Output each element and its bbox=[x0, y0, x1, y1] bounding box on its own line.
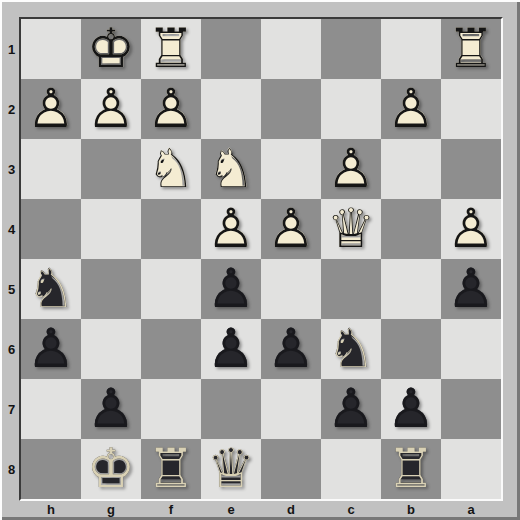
square-c7[interactable]: ♟♙ bbox=[321, 379, 381, 439]
white-pawn-outline: ♙ bbox=[261, 199, 321, 259]
square-e6[interactable]: ♟♙ bbox=[201, 319, 261, 379]
black-rook-outline: ♖ bbox=[381, 439, 441, 499]
square-d5[interactable] bbox=[261, 259, 321, 319]
square-f6[interactable] bbox=[141, 319, 201, 379]
square-b6[interactable] bbox=[381, 319, 441, 379]
square-c8[interactable] bbox=[321, 439, 381, 499]
square-c4[interactable]: ♛♕ bbox=[321, 199, 381, 259]
piece-black-pawn-d6[interactable]: ♟♙ bbox=[261, 319, 321, 379]
piece-black-pawn-g7[interactable]: ♟♙ bbox=[81, 379, 141, 439]
piece-black-pawn-h6[interactable]: ♟♙ bbox=[21, 319, 81, 379]
piece-white-pawn-e4[interactable]: ♟♙ bbox=[201, 199, 261, 259]
piece-black-rook-b8[interactable]: ♜♖ bbox=[381, 439, 441, 499]
square-a5[interactable]: ♟♙ bbox=[441, 259, 501, 319]
white-pawn-outline: ♙ bbox=[441, 199, 501, 259]
square-c6[interactable]: ♞♘ bbox=[321, 319, 381, 379]
white-knight-outline: ♘ bbox=[201, 139, 261, 199]
piece-white-knight-f3[interactable]: ♞♘ bbox=[141, 139, 201, 199]
piece-white-rook-f1[interactable]: ♜♖ bbox=[141, 19, 201, 79]
square-e8[interactable]: ♛♕ bbox=[201, 439, 261, 499]
rank-label-3: 3 bbox=[4, 139, 19, 199]
file-label-a: a bbox=[441, 501, 501, 518]
piece-black-pawn-b7[interactable]: ♟♙ bbox=[381, 379, 441, 439]
black-knight-outline: ♘ bbox=[321, 319, 381, 379]
square-g3[interactable] bbox=[81, 139, 141, 199]
rank-label-7: 7 bbox=[4, 379, 19, 439]
square-h1[interactable] bbox=[21, 19, 81, 79]
square-f5[interactable] bbox=[141, 259, 201, 319]
square-c1[interactable] bbox=[321, 19, 381, 79]
square-c2[interactable] bbox=[321, 79, 381, 139]
white-pawn-outline: ♙ bbox=[141, 79, 201, 139]
white-pawn-outline: ♙ bbox=[381, 79, 441, 139]
rank-label-6: 6 bbox=[4, 319, 19, 379]
square-g5[interactable] bbox=[81, 259, 141, 319]
square-f4[interactable] bbox=[141, 199, 201, 259]
square-a7[interactable] bbox=[441, 379, 501, 439]
square-b5[interactable] bbox=[381, 259, 441, 319]
piece-black-pawn-e5[interactable]: ♟♙ bbox=[201, 259, 261, 319]
square-g8[interactable]: ♚♔ bbox=[81, 439, 141, 499]
black-pawn-outline: ♙ bbox=[21, 319, 81, 379]
board-frame: ♚♔♜♖♜♖♟♙♟♙♟♙♟♙♞♘♞♘♟♙♟♙♟♙♛♕♟♙♞♘♟♙♟♙♟♙♟♙♟♙… bbox=[19, 17, 503, 501]
piece-white-knight-e3[interactable]: ♞♘ bbox=[201, 139, 261, 199]
square-e7[interactable] bbox=[201, 379, 261, 439]
black-pawn-outline: ♙ bbox=[321, 379, 381, 439]
square-h2[interactable]: ♟♙ bbox=[21, 79, 81, 139]
square-a2[interactable] bbox=[441, 79, 501, 139]
square-e4[interactable]: ♟♙ bbox=[201, 199, 261, 259]
square-d6[interactable]: ♟♙ bbox=[261, 319, 321, 379]
white-rook-outline: ♖ bbox=[141, 19, 201, 79]
black-pawn-outline: ♙ bbox=[441, 259, 501, 319]
white-knight-outline: ♘ bbox=[141, 139, 201, 199]
chess-board[interactable]: ♚♔♜♖♜♖♟♙♟♙♟♙♟♙♞♘♞♘♟♙♟♙♟♙♛♕♟♙♞♘♟♙♟♙♟♙♟♙♟♙… bbox=[21, 19, 501, 499]
square-a8[interactable] bbox=[441, 439, 501, 499]
square-g6[interactable] bbox=[81, 319, 141, 379]
piece-white-rook-a1[interactable]: ♜♖ bbox=[441, 19, 501, 79]
white-queen-outline: ♕ bbox=[321, 199, 381, 259]
black-king-outline: ♔ bbox=[81, 439, 141, 499]
square-d8[interactable] bbox=[261, 439, 321, 499]
black-pawn-outline: ♙ bbox=[201, 319, 261, 379]
white-pawn-outline: ♙ bbox=[321, 139, 381, 199]
square-b1[interactable] bbox=[381, 19, 441, 79]
square-h6[interactable]: ♟♙ bbox=[21, 319, 81, 379]
square-b8[interactable]: ♜♖ bbox=[381, 439, 441, 499]
rank-label-1: 1 bbox=[4, 19, 19, 79]
white-pawn-outline: ♙ bbox=[21, 79, 81, 139]
square-h7[interactable] bbox=[21, 379, 81, 439]
piece-black-knight-h5[interactable]: ♞♘ bbox=[21, 259, 81, 319]
piece-white-pawn-h2[interactable]: ♟♙ bbox=[21, 79, 81, 139]
square-h8[interactable] bbox=[21, 439, 81, 499]
piece-black-king-g8[interactable]: ♚♔ bbox=[81, 439, 141, 499]
square-g7[interactable]: ♟♙ bbox=[81, 379, 141, 439]
piece-white-pawn-a4[interactable]: ♟♙ bbox=[441, 199, 501, 259]
piece-black-pawn-a5[interactable]: ♟♙ bbox=[441, 259, 501, 319]
square-f7[interactable] bbox=[141, 379, 201, 439]
white-king-outline: ♔ bbox=[81, 19, 141, 79]
square-e2[interactable] bbox=[201, 79, 261, 139]
square-e5[interactable]: ♟♙ bbox=[201, 259, 261, 319]
piece-white-pawn-g2[interactable]: ♟♙ bbox=[81, 79, 141, 139]
piece-white-pawn-d4[interactable]: ♟♙ bbox=[261, 199, 321, 259]
square-f3[interactable]: ♞♘ bbox=[141, 139, 201, 199]
square-g2[interactable]: ♟♙ bbox=[81, 79, 141, 139]
square-b4[interactable] bbox=[381, 199, 441, 259]
black-pawn-outline: ♙ bbox=[201, 259, 261, 319]
square-b3[interactable] bbox=[381, 139, 441, 199]
piece-white-pawn-b2[interactable]: ♟♙ bbox=[381, 79, 441, 139]
square-d7[interactable] bbox=[261, 379, 321, 439]
file-label-c: c bbox=[321, 501, 381, 518]
square-e3[interactable]: ♞♘ bbox=[201, 139, 261, 199]
file-label-f: f bbox=[141, 501, 201, 518]
black-queen-outline: ♕ bbox=[201, 439, 261, 499]
piece-black-knight-c6[interactable]: ♞♘ bbox=[321, 319, 381, 379]
square-a4[interactable]: ♟♙ bbox=[441, 199, 501, 259]
white-rook-outline: ♖ bbox=[441, 19, 501, 79]
piece-white-pawn-f2[interactable]: ♟♙ bbox=[141, 79, 201, 139]
rank-label-4: 4 bbox=[4, 199, 19, 259]
diagram-frame: ♚♔♜♖♜♖♟♙♟♙♟♙♟♙♞♘♞♘♟♙♟♙♟♙♛♕♟♙♞♘♟♙♟♙♟♙♟♙♟♙… bbox=[0, 0, 520, 520]
white-pawn-outline: ♙ bbox=[81, 79, 141, 139]
file-label-b: b bbox=[381, 501, 441, 518]
black-rook-outline: ♖ bbox=[141, 439, 201, 499]
piece-black-rook-f8[interactable]: ♜♖ bbox=[141, 439, 201, 499]
piece-black-pawn-e6[interactable]: ♟♙ bbox=[201, 319, 261, 379]
piece-white-pawn-c3[interactable]: ♟♙ bbox=[321, 139, 381, 199]
file-label-h: h bbox=[21, 501, 81, 518]
black-pawn-outline: ♙ bbox=[381, 379, 441, 439]
square-d4[interactable]: ♟♙ bbox=[261, 199, 321, 259]
square-f2[interactable]: ♟♙ bbox=[141, 79, 201, 139]
square-e1[interactable] bbox=[201, 19, 261, 79]
piece-black-pawn-c7[interactable]: ♟♙ bbox=[321, 379, 381, 439]
piece-white-king-g1[interactable]: ♚♔ bbox=[81, 19, 141, 79]
square-b2[interactable]: ♟♙ bbox=[381, 79, 441, 139]
square-a1[interactable]: ♜♖ bbox=[441, 19, 501, 79]
rank-label-8: 8 bbox=[4, 439, 19, 499]
square-g4[interactable] bbox=[81, 199, 141, 259]
square-c5[interactable] bbox=[321, 259, 381, 319]
file-label-d: d bbox=[261, 501, 321, 518]
square-h3[interactable] bbox=[21, 139, 81, 199]
file-label-e: e bbox=[201, 501, 261, 518]
black-knight-outline: ♘ bbox=[21, 259, 81, 319]
square-d2[interactable] bbox=[261, 79, 321, 139]
black-pawn-outline: ♙ bbox=[81, 379, 141, 439]
black-pawn-outline: ♙ bbox=[261, 319, 321, 379]
square-f1[interactable]: ♜♖ bbox=[141, 19, 201, 79]
rank-label-2: 2 bbox=[4, 79, 19, 139]
square-a6[interactable] bbox=[441, 319, 501, 379]
square-f8[interactable]: ♜♖ bbox=[141, 439, 201, 499]
white-pawn-outline: ♙ bbox=[201, 199, 261, 259]
square-b7[interactable]: ♟♙ bbox=[381, 379, 441, 439]
rank-label-5: 5 bbox=[4, 259, 19, 319]
file-label-g: g bbox=[81, 501, 141, 518]
square-g1[interactable]: ♚♔ bbox=[81, 19, 141, 79]
piece-black-queen-e8[interactable]: ♛♕ bbox=[201, 439, 261, 499]
piece-white-queen-c4[interactable]: ♛♕ bbox=[321, 199, 381, 259]
square-h5[interactable]: ♞♘ bbox=[21, 259, 81, 319]
square-d1[interactable] bbox=[261, 19, 321, 79]
square-h4[interactable] bbox=[21, 199, 81, 259]
square-a3[interactable] bbox=[441, 139, 501, 199]
square-c3[interactable]: ♟♙ bbox=[321, 139, 381, 199]
square-d3[interactable] bbox=[261, 139, 321, 199]
